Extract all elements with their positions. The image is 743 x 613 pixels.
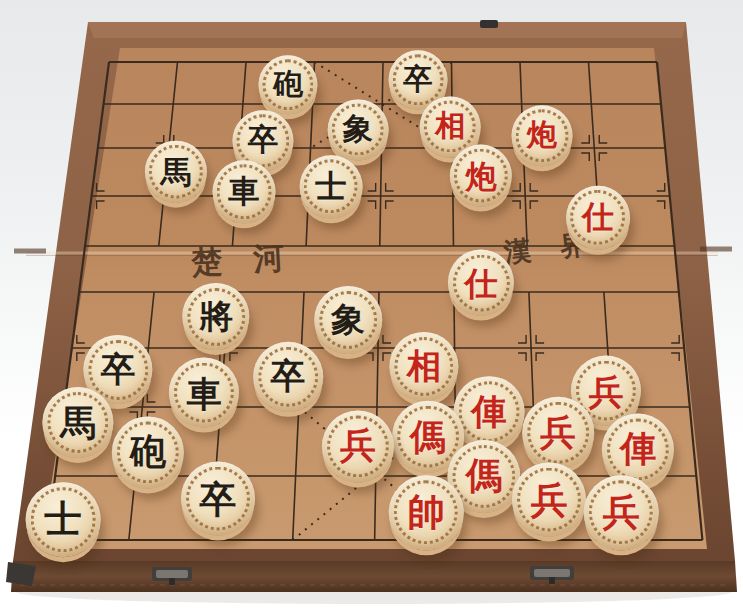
- piece-character-馬: 馬: [145, 141, 207, 203]
- piece-character-兵: 兵: [584, 475, 659, 550]
- piece-black-cannon[interactable]: 砲: [112, 416, 184, 488]
- piece-character-兵: 兵: [322, 410, 394, 482]
- piece-black-chariot[interactable]: 車: [213, 160, 276, 223]
- piece-red-cannon[interactable]: 炮: [450, 145, 512, 207]
- piece-black-soldier[interactable]: 卒: [253, 342, 323, 412]
- piece-character-仕: 仕: [448, 250, 514, 316]
- piece-character-相: 相: [389, 332, 458, 401]
- piece-black-elephant[interactable]: 象: [328, 99, 389, 160]
- piece-red-soldier[interactable]: 兵: [584, 475, 659, 550]
- piece-red-advisor[interactable]: 仕: [448, 250, 514, 316]
- piece-character-車: 車: [213, 160, 276, 223]
- piece-black-general[interactable]: 將: [182, 283, 249, 350]
- piece-character-馬: 馬: [42, 387, 113, 458]
- piece-character-炮: 炮: [512, 105, 573, 166]
- piece-character-砲: 砲: [112, 416, 184, 488]
- piece-character-仕: 仕: [566, 186, 630, 250]
- piece-character-帥: 帥: [389, 475, 464, 550]
- piece-black-horse[interactable]: 馬: [145, 141, 207, 203]
- piece-black-horse[interactable]: 馬: [42, 387, 113, 458]
- piece-character-炮: 炮: [450, 145, 512, 207]
- xiangqi-product-photo: 楚 河漢 界 卒砲相象炮卒馬炮士車仕仕將象相卒卒兵車俥馬兵傌兵俥砲傌卒兵帥兵士: [0, 0, 743, 613]
- piece-black-soldier[interactable]: 卒: [181, 462, 255, 536]
- pieces-layer: 卒砲相象炮卒馬炮士車仕仕將象相卒卒兵車俥馬兵傌兵俥砲傌卒兵帥兵士: [0, 0, 743, 613]
- piece-black-elephant[interactable]: 象: [314, 286, 382, 354]
- piece-character-象: 象: [328, 99, 389, 160]
- piece-character-兵: 兵: [522, 397, 594, 469]
- piece-red-cannon[interactable]: 炮: [512, 105, 573, 166]
- piece-black-advisor[interactable]: 士: [300, 155, 363, 218]
- piece-red-advisor[interactable]: 仕: [566, 186, 630, 250]
- piece-character-象: 象: [314, 286, 382, 354]
- piece-red-soldier[interactable]: 兵: [322, 410, 394, 482]
- piece-character-士: 士: [300, 155, 363, 218]
- piece-red-soldier[interactable]: 兵: [522, 397, 594, 469]
- piece-red-elephant[interactable]: 相: [389, 332, 458, 401]
- piece-character-將: 將: [182, 283, 249, 350]
- piece-character-卒: 卒: [181, 462, 255, 536]
- piece-red-soldier[interactable]: 兵: [512, 463, 586, 537]
- piece-character-士: 士: [26, 482, 101, 557]
- piece-red-general[interactable]: 帥: [389, 475, 464, 550]
- piece-character-砲: 砲: [258, 55, 317, 114]
- piece-character-俥: 俥: [454, 376, 525, 447]
- piece-red-chariot[interactable]: 俥: [454, 376, 525, 447]
- piece-character-卒: 卒: [253, 342, 323, 412]
- piece-black-cannon[interactable]: 砲: [258, 55, 317, 114]
- piece-black-advisor[interactable]: 士: [26, 482, 101, 557]
- piece-character-兵: 兵: [512, 463, 586, 537]
